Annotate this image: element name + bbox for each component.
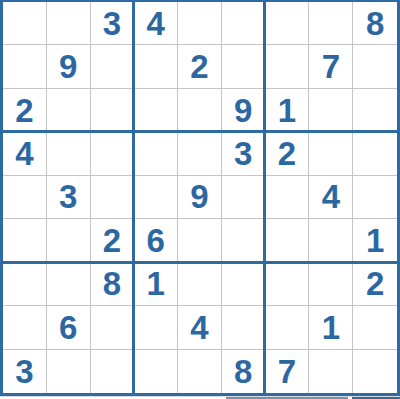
cell-r8-c2[interactable]: 6 <box>47 306 91 349</box>
cell-r2-c6[interactable] <box>222 45 266 88</box>
cell-r1-c9[interactable]: 8 <box>353 2 397 45</box>
cell-r8-c5[interactable]: 4 <box>178 306 222 349</box>
box-divider-horizontal-bottom <box>3 261 397 264</box>
given-digit: 2 <box>278 137 296 170</box>
cell-r1-c3[interactable]: 3 <box>91 2 135 45</box>
cell-r8-c8[interactable]: 1 <box>309 306 353 349</box>
cell-r6-c1[interactable] <box>3 219 47 262</box>
cell-r2-c2[interactable]: 9 <box>47 45 91 88</box>
cell-r8-c3[interactable] <box>91 306 135 349</box>
cell-r8-c7[interactable] <box>266 306 310 349</box>
cell-r6-c6[interactable] <box>222 219 266 262</box>
given-digit: 6 <box>147 224 165 257</box>
cell-r1-c4[interactable]: 4 <box>134 2 178 45</box>
given-digit: 2 <box>190 50 208 83</box>
cell-r5-c6[interactable] <box>222 176 266 219</box>
cell-r7-c5[interactable] <box>178 263 222 306</box>
cell-r4-c1[interactable]: 4 <box>3 132 47 175</box>
given-digit: 7 <box>322 50 340 83</box>
cell-r7-c7[interactable] <box>266 263 310 306</box>
given-digit: 3 <box>15 355 33 388</box>
cell-r3-c8[interactable] <box>309 89 353 132</box>
cell-r5-c7[interactable] <box>266 176 310 219</box>
cell-r7-c1[interactable] <box>3 263 47 306</box>
cell-r4-c5[interactable] <box>178 132 222 175</box>
given-digit: 1 <box>278 94 296 127</box>
cell-r7-c2[interactable] <box>47 263 91 306</box>
cell-r5-c3[interactable] <box>91 176 135 219</box>
cell-r1-c6[interactable] <box>222 2 266 45</box>
cell-r3-c4[interactable] <box>134 89 178 132</box>
cell-r9-c6[interactable]: 8 <box>222 350 266 393</box>
sudoku-board: 348927291432394261812641387 <box>0 0 400 396</box>
cell-r6-c9[interactable]: 1 <box>353 219 397 262</box>
cell-r1-c8[interactable] <box>309 2 353 45</box>
given-digit: 3 <box>103 7 121 40</box>
given-digit: 6 <box>59 311 77 344</box>
cell-r4-c7[interactable]: 2 <box>266 132 310 175</box>
cell-r7-c8[interactable] <box>309 263 353 306</box>
cell-r6-c2[interactable] <box>47 219 91 262</box>
given-digit: 2 <box>366 267 384 300</box>
cell-r7-c3[interactable]: 8 <box>91 263 135 306</box>
cell-r9-c4[interactable] <box>134 350 178 393</box>
given-digit: 3 <box>59 180 77 213</box>
given-digit: 2 <box>103 224 121 257</box>
given-digit: 8 <box>366 7 384 40</box>
cell-r8-c1[interactable] <box>3 306 47 349</box>
cell-r3-c7[interactable]: 1 <box>266 89 310 132</box>
cell-r9-c9[interactable] <box>353 350 397 393</box>
cell-r8-c6[interactable] <box>222 306 266 349</box>
cell-r5-c5[interactable]: 9 <box>178 176 222 219</box>
cell-r9-c3[interactable] <box>91 350 135 393</box>
box-divider-vertical-right <box>263 2 266 393</box>
given-digit: 4 <box>15 137 33 170</box>
cell-r2-c3[interactable] <box>91 45 135 88</box>
cell-r5-c4[interactable] <box>134 176 178 219</box>
cell-r1-c2[interactable] <box>47 2 91 45</box>
cell-r9-c5[interactable] <box>178 350 222 393</box>
cell-r5-c8[interactable]: 4 <box>309 176 353 219</box>
given-digit: 7 <box>278 355 296 388</box>
cell-r9-c2[interactable] <box>47 350 91 393</box>
cell-r3-c9[interactable] <box>353 89 397 132</box>
cell-r6-c3[interactable]: 2 <box>91 219 135 262</box>
cell-r8-c4[interactable] <box>134 306 178 349</box>
cell-r6-c5[interactable] <box>178 219 222 262</box>
cell-r4-c4[interactable] <box>134 132 178 175</box>
cell-r4-c6[interactable]: 3 <box>222 132 266 175</box>
cell-r4-c2[interactable] <box>47 132 91 175</box>
given-digit: 1 <box>147 267 165 300</box>
cell-r2-c4[interactable] <box>134 45 178 88</box>
given-digit: 9 <box>190 180 208 213</box>
cell-r4-c3[interactable] <box>91 132 135 175</box>
cell-r8-c9[interactable] <box>353 306 397 349</box>
box-divider-horizontal-top <box>3 130 397 133</box>
cell-r9-c8[interactable] <box>309 350 353 393</box>
given-digit: 4 <box>147 7 165 40</box>
given-digit: 8 <box>234 355 252 388</box>
cell-r7-c9[interactable]: 2 <box>353 263 397 306</box>
given-digit: 9 <box>234 94 252 127</box>
cell-r9-c7[interactable]: 7 <box>266 350 310 393</box>
given-digit: 1 <box>322 311 340 344</box>
cell-r3-c5[interactable] <box>178 89 222 132</box>
cell-r1-c5[interactable] <box>178 2 222 45</box>
given-digit: 4 <box>322 180 340 213</box>
cell-r3-c2[interactable] <box>47 89 91 132</box>
given-digit: 4 <box>190 311 208 344</box>
cell-r6-c4[interactable]: 6 <box>134 219 178 262</box>
sudoku-cell-grid: 348927291432394261812641387 <box>3 2 397 393</box>
given-digit: 1 <box>366 224 384 257</box>
cell-r4-c9[interactable] <box>353 132 397 175</box>
cell-r4-c8[interactable] <box>309 132 353 175</box>
cell-r3-c1[interactable]: 2 <box>3 89 47 132</box>
cell-r6-c8[interactable] <box>309 219 353 262</box>
given-digit: 3 <box>234 137 252 170</box>
cell-r3-c3[interactable] <box>91 89 135 132</box>
given-digit: 8 <box>103 267 121 300</box>
cell-r7-c6[interactable] <box>222 263 266 306</box>
cell-r9-c1[interactable]: 3 <box>3 350 47 393</box>
cell-r2-c5[interactable]: 2 <box>178 45 222 88</box>
cell-r6-c7[interactable] <box>266 219 310 262</box>
cell-r5-c2[interactable]: 3 <box>47 176 91 219</box>
cell-r2-c7[interactable] <box>266 45 310 88</box>
cell-r3-c6[interactable]: 9 <box>222 89 266 132</box>
given-digit: 9 <box>59 50 77 83</box>
cell-r2-c9[interactable] <box>353 45 397 88</box>
cell-r5-c1[interactable] <box>3 176 47 219</box>
cell-r2-c1[interactable] <box>3 45 47 88</box>
cell-r2-c8[interactable]: 7 <box>309 45 353 88</box>
cell-r1-c1[interactable] <box>3 2 47 45</box>
cell-r7-c4[interactable]: 1 <box>134 263 178 306</box>
box-divider-vertical-left <box>132 2 135 393</box>
given-digit: 2 <box>15 94 33 127</box>
cell-r1-c7[interactable] <box>266 2 310 45</box>
cell-r5-c9[interactable] <box>353 176 397 219</box>
